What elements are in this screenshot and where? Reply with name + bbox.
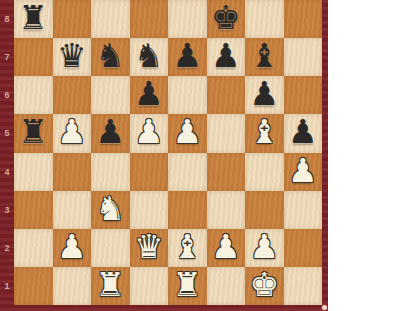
corner-dot xyxy=(322,305,327,310)
square-c1[interactable]: ♜ xyxy=(91,267,130,305)
square-a3[interactable] xyxy=(14,191,53,229)
square-f3[interactable] xyxy=(207,191,246,229)
square-a1[interactable] xyxy=(14,267,53,305)
board-frame: 87654321 ♜♚♛♞♞♟♟♝♟♟♜♟♟♟♟♝♟♟♞♟♛♝♟♟♜♜♚ xyxy=(0,0,328,311)
white-rook-c1[interactable]: ♜ xyxy=(95,266,125,304)
square-b7[interactable]: ♛ xyxy=(53,38,92,76)
white-knight-c3[interactable]: ♞ xyxy=(95,190,125,228)
square-h2[interactable] xyxy=(284,229,323,267)
black-queen-b7[interactable]: ♛ xyxy=(57,37,87,75)
square-a5[interactable]: ♜ xyxy=(14,114,53,152)
square-b4[interactable] xyxy=(53,153,92,191)
square-f8[interactable]: ♚ xyxy=(207,0,246,38)
square-h1[interactable] xyxy=(284,267,323,305)
square-h7[interactable] xyxy=(284,38,323,76)
square-g5[interactable]: ♝ xyxy=(245,114,284,152)
square-d2[interactable]: ♛ xyxy=(130,229,169,267)
square-d4[interactable] xyxy=(130,153,169,191)
rank-label-6: 6 xyxy=(0,76,14,114)
square-d8[interactable] xyxy=(130,0,169,38)
square-g6[interactable]: ♟ xyxy=(245,76,284,114)
square-f1[interactable] xyxy=(207,267,246,305)
square-g1[interactable]: ♚ xyxy=(245,267,284,305)
square-e7[interactable]: ♟ xyxy=(168,38,207,76)
square-c7[interactable]: ♞ xyxy=(91,38,130,76)
square-a2[interactable] xyxy=(14,229,53,267)
square-a6[interactable] xyxy=(14,76,53,114)
square-h4[interactable]: ♟ xyxy=(284,153,323,191)
square-d1[interactable] xyxy=(130,267,169,305)
square-b1[interactable] xyxy=(53,267,92,305)
square-e1[interactable]: ♜ xyxy=(168,267,207,305)
square-d3[interactable] xyxy=(130,191,169,229)
square-c3[interactable]: ♞ xyxy=(91,191,130,229)
chess-board[interactable]: ♜♚♛♞♞♟♟♝♟♟♜♟♟♟♟♝♟♟♞♟♛♝♟♟♜♜♚ xyxy=(14,0,322,305)
square-e3[interactable] xyxy=(168,191,207,229)
white-king-g1[interactable]: ♚ xyxy=(249,266,279,304)
square-h3[interactable] xyxy=(284,191,323,229)
square-d6[interactable]: ♟ xyxy=(130,76,169,114)
white-pawn-d5[interactable]: ♟ xyxy=(134,113,164,151)
white-bishop-e2[interactable]: ♝ xyxy=(172,228,202,266)
square-e4[interactable] xyxy=(168,153,207,191)
white-pawn-b5[interactable]: ♟ xyxy=(57,113,87,151)
rank-label-3: 3 xyxy=(0,191,14,229)
white-pawn-e5[interactable]: ♟ xyxy=(172,113,202,151)
rank-label-5: 5 xyxy=(0,114,14,152)
square-d5[interactable]: ♟ xyxy=(130,114,169,152)
square-c6[interactable] xyxy=(91,76,130,114)
square-b2[interactable]: ♟ xyxy=(53,229,92,267)
square-d7[interactable]: ♞ xyxy=(130,38,169,76)
square-e8[interactable] xyxy=(168,0,207,38)
square-e6[interactable] xyxy=(168,76,207,114)
square-a7[interactable] xyxy=(14,38,53,76)
square-f7[interactable]: ♟ xyxy=(207,38,246,76)
black-knight-d7[interactable]: ♞ xyxy=(134,37,164,75)
white-pawn-f2[interactable]: ♟ xyxy=(211,228,241,266)
black-pawn-h5[interactable]: ♟ xyxy=(288,113,318,151)
square-g3[interactable] xyxy=(245,191,284,229)
square-e5[interactable]: ♟ xyxy=(168,114,207,152)
square-f5[interactable] xyxy=(207,114,246,152)
black-pawn-d6[interactable]: ♟ xyxy=(134,75,164,113)
white-pawn-b2[interactable]: ♟ xyxy=(57,228,87,266)
square-f2[interactable]: ♟ xyxy=(207,229,246,267)
square-h6[interactable] xyxy=(284,76,323,114)
square-b8[interactable] xyxy=(53,0,92,38)
black-bishop-g7[interactable]: ♝ xyxy=(249,37,279,75)
square-g2[interactable]: ♟ xyxy=(245,229,284,267)
square-c8[interactable] xyxy=(91,0,130,38)
white-pawn-h4[interactable]: ♟ xyxy=(288,152,318,190)
black-pawn-c5[interactable]: ♟ xyxy=(95,113,125,151)
square-b5[interactable]: ♟ xyxy=(53,114,92,152)
square-a4[interactable] xyxy=(14,153,53,191)
square-c2[interactable] xyxy=(91,229,130,267)
square-g4[interactable] xyxy=(245,153,284,191)
black-pawn-g6[interactable]: ♟ xyxy=(249,75,279,113)
square-g7[interactable]: ♝ xyxy=(245,38,284,76)
black-pawn-f7[interactable]: ♟ xyxy=(211,37,241,75)
rank-label-7: 7 xyxy=(0,38,14,76)
white-rook-e1[interactable]: ♜ xyxy=(172,266,202,304)
square-e2[interactable]: ♝ xyxy=(168,229,207,267)
black-rook-a8[interactable]: ♜ xyxy=(18,0,48,37)
black-knight-c7[interactable]: ♞ xyxy=(95,37,125,75)
rank-label-2: 2 xyxy=(0,229,14,267)
square-h8[interactable] xyxy=(284,0,323,38)
black-king-f8[interactable]: ♚ xyxy=(211,0,241,37)
white-bishop-g5[interactable]: ♝ xyxy=(249,113,279,151)
rank-label-4: 4 xyxy=(0,153,14,191)
white-pawn-g2[interactable]: ♟ xyxy=(249,228,279,266)
square-h5[interactable]: ♟ xyxy=(284,114,323,152)
square-c5[interactable]: ♟ xyxy=(91,114,130,152)
white-queen-d2[interactable]: ♛ xyxy=(134,228,164,266)
square-g8[interactable] xyxy=(245,0,284,38)
rank-label-8: 8 xyxy=(0,0,14,38)
page: { "game": "chess", "position": { "fen": … xyxy=(0,0,414,311)
square-f6[interactable] xyxy=(207,76,246,114)
square-f4[interactable] xyxy=(207,153,246,191)
square-b6[interactable] xyxy=(53,76,92,114)
square-c4[interactable] xyxy=(91,153,130,191)
rank-labels: 87654321 xyxy=(0,0,14,305)
rank-label-1: 1 xyxy=(0,267,14,305)
black-rook-a5[interactable]: ♜ xyxy=(18,113,48,151)
square-a8[interactable]: ♜ xyxy=(14,0,53,38)
square-b3[interactable] xyxy=(53,191,92,229)
black-pawn-e7[interactable]: ♟ xyxy=(172,37,202,75)
